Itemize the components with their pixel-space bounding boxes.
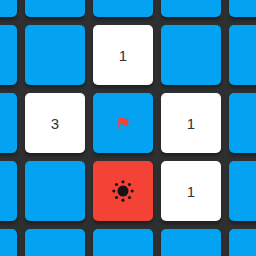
- mine-count-number: 1: [187, 116, 195, 131]
- cell-hidden-r4-c3[interactable]: [161, 229, 221, 256]
- cell-hidden-r3-c4[interactable]: [229, 161, 256, 221]
- cell-hidden-r4-c4[interactable]: [229, 229, 256, 256]
- cell-hidden-r4-c0[interactable]: [0, 229, 17, 256]
- cell-hidden-r2-c4[interactable]: [229, 93, 256, 153]
- cell-hidden-r1-c3[interactable]: [161, 25, 221, 85]
- cell-mine-r3-c2[interactable]: [93, 161, 153, 221]
- cell-hidden-r0-c2[interactable]: [93, 0, 153, 17]
- cell-revealed-r3-c3[interactable]: 1: [161, 161, 221, 221]
- mine-count-number: 1: [119, 48, 127, 63]
- cell-hidden-r0-c4[interactable]: [229, 0, 256, 17]
- cell-hidden-r1-c4[interactable]: [229, 25, 256, 85]
- cell-revealed-r1-c2[interactable]: 1: [93, 25, 153, 85]
- minesweeper-grid: 1311: [0, 0, 256, 256]
- cell-hidden-r0-c0[interactable]: [0, 0, 17, 17]
- cell-flagged-r2-c2[interactable]: [93, 93, 153, 153]
- cell-hidden-r0-c3[interactable]: [161, 0, 221, 17]
- cell-hidden-r1-c0[interactable]: [0, 25, 17, 85]
- cell-hidden-r2-c0[interactable]: [0, 93, 17, 153]
- cell-hidden-r3-c0[interactable]: [0, 161, 17, 221]
- cell-hidden-r4-c2[interactable]: [93, 229, 153, 256]
- cell-hidden-r0-c1[interactable]: [25, 0, 85, 17]
- flag-icon: [115, 115, 131, 131]
- cell-revealed-r2-c3[interactable]: 1: [161, 93, 221, 153]
- minesweeper-board: 1311: [0, 0, 256, 256]
- mine-icon: [112, 180, 134, 202]
- cell-revealed-r2-c1[interactable]: 3: [25, 93, 85, 153]
- mine-count-number: 1: [187, 184, 195, 199]
- mine-count-number: 3: [51, 116, 59, 131]
- cell-hidden-r3-c1[interactable]: [25, 161, 85, 221]
- cell-hidden-r1-c1[interactable]: [25, 25, 85, 85]
- cell-hidden-r4-c1[interactable]: [25, 229, 85, 256]
